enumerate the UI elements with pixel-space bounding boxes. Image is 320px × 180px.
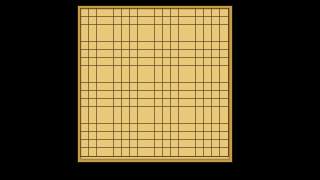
stones-layer xyxy=(80,8,228,156)
video-frame xyxy=(0,0,320,180)
go-board[interactable] xyxy=(77,5,233,163)
